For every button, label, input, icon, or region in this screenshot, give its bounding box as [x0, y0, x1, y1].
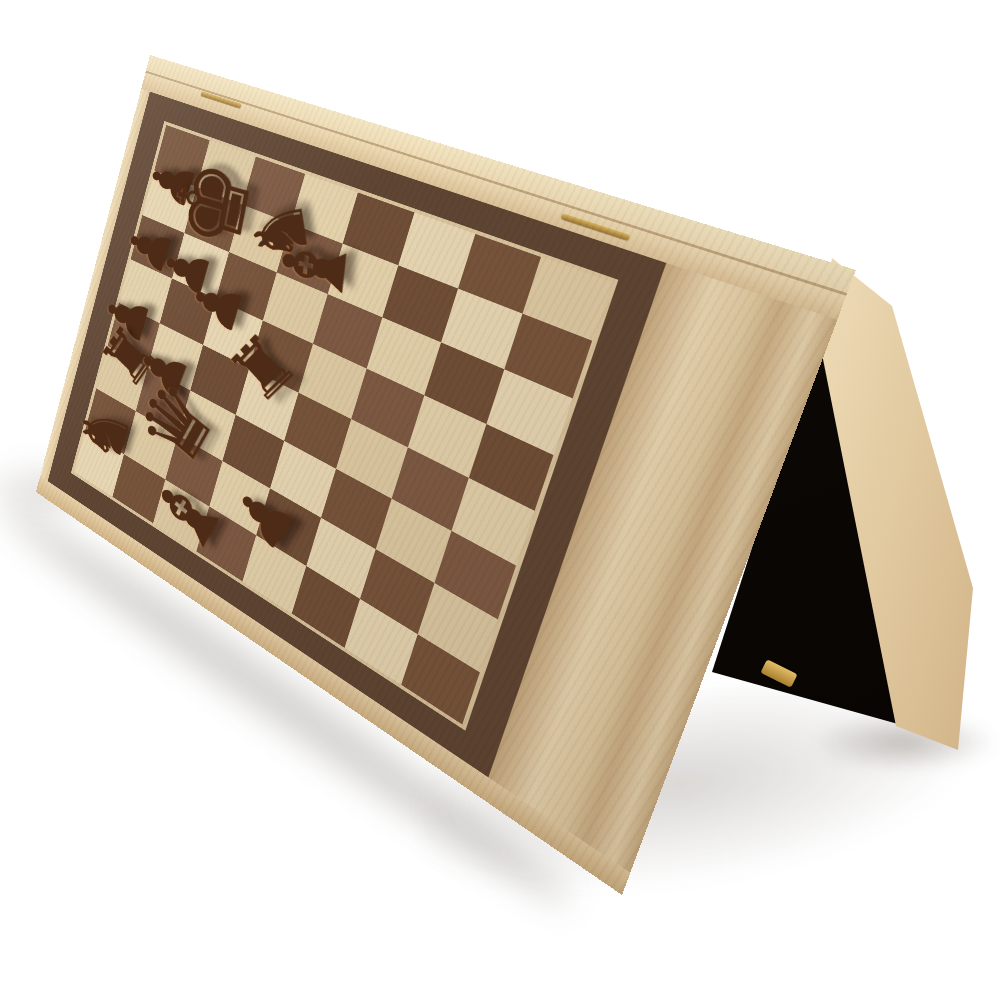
product-photo-scene: ♟♚♞♝♟♟♟♟♜♟♜♞♛♟♝ Magnetic folding wooden … — [0, 0, 1000, 1000]
chess-piece-bishop-d7[interactable]: ♝ — [269, 221, 361, 315]
chessboard-face: ♟♚♞♝♟♟♟♟♜♟♜♞♛♟♝ — [36, 55, 856, 895]
chess-piece-bishop-c1[interactable]: ♝ — [142, 458, 237, 570]
chess-pieces-group: ♟♚♞♝♟♟♟♟♜♟♜♞♛♟♝ — [36, 55, 856, 895]
